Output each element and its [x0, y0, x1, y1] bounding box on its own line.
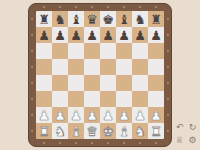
square-e5[interactable]: [100, 59, 116, 75]
coordinate-mark: [31, 50, 33, 52]
chess-board: ♜♞♝♛♚♝♞♜♟♟♟♟♟♟♟♟♟♟♟♟♟♟♟♟♜♞♝♛♚♝♞♜: [28, 3, 172, 147]
square-h5[interactable]: [148, 59, 164, 75]
board-grid: ♜♞♝♛♚♝♞♜♟♟♟♟♟♟♟♟♟♟♟♟♟♟♟♟♜♞♝♛♚♝♞♜: [36, 11, 164, 139]
square-g1[interactable]: ♞: [132, 123, 148, 139]
redo-icon: ↻: [189, 123, 197, 132]
piece-black-pawn[interactable]: ♟: [134, 29, 146, 42]
square-d4[interactable]: [84, 75, 100, 91]
piece-white-pawn[interactable]: ♟: [86, 109, 98, 122]
piece-white-king[interactable]: ♚: [102, 125, 114, 138]
square-h7[interactable]: ♟: [148, 27, 164, 43]
square-h1[interactable]: ♜: [148, 123, 164, 139]
piece-black-rook[interactable]: ♜: [38, 13, 50, 26]
square-f6[interactable]: [116, 43, 132, 59]
coordinate-mark: [75, 6, 77, 8]
square-f8[interactable]: ♝: [116, 11, 132, 27]
crown-icon: ♕: [175, 136, 183, 145]
square-c5[interactable]: [68, 59, 84, 75]
coordinate-mark: [167, 130, 169, 132]
square-b6[interactable]: [52, 43, 68, 59]
square-a1[interactable]: ♜: [36, 123, 52, 139]
board-edge-marks-top: [36, 5, 164, 9]
coordinate-mark: [59, 6, 61, 8]
controls-tray: ↶↻♕⚙: [173, 121, 199, 147]
square-b7[interactable]: ♟: [52, 27, 68, 43]
piece-white-rook[interactable]: ♜: [150, 125, 162, 138]
square-a8[interactable]: ♜: [36, 11, 52, 27]
square-c4[interactable]: [68, 75, 84, 91]
square-a2[interactable]: ♟: [36, 107, 52, 123]
coordinate-mark: [167, 82, 169, 84]
redo-button[interactable]: ↻: [186, 121, 199, 134]
square-h6[interactable]: [148, 43, 164, 59]
board-edge-marks-left: [30, 11, 34, 139]
piece-black-pawn[interactable]: ♟: [150, 29, 162, 42]
coordinate-mark: [167, 98, 169, 100]
coordinate-mark: [31, 66, 33, 68]
piece-white-knight[interactable]: ♞: [134, 125, 146, 138]
square-b4[interactable]: [52, 75, 68, 91]
square-c7[interactable]: ♟: [68, 27, 84, 43]
square-c6[interactable]: [68, 43, 84, 59]
piece-black-knight[interactable]: ♞: [54, 13, 66, 26]
square-e1[interactable]: ♚: [100, 123, 116, 139]
piece-white-pawn[interactable]: ♟: [38, 109, 50, 122]
coordinate-mark: [31, 82, 33, 84]
square-f7[interactable]: ♟: [116, 27, 132, 43]
undo-button[interactable]: ↶: [173, 121, 186, 134]
coordinate-mark: [31, 98, 33, 100]
coordinate-mark: [167, 50, 169, 52]
square-e2[interactable]: ♟: [100, 107, 116, 123]
square-h3[interactable]: [148, 91, 164, 107]
piece-white-pawn[interactable]: ♟: [102, 109, 114, 122]
square-d7[interactable]: ♟: [84, 27, 100, 43]
coordinate-mark: [31, 34, 33, 36]
settings-gear-button[interactable]: ⚙: [186, 134, 199, 147]
square-d1[interactable]: ♛: [84, 123, 100, 139]
square-c1[interactable]: ♝: [68, 123, 84, 139]
coordinate-mark: [31, 130, 33, 132]
square-e8[interactable]: ♚: [100, 11, 116, 27]
square-f1[interactable]: ♝: [116, 123, 132, 139]
square-g6[interactable]: [132, 43, 148, 59]
square-g7[interactable]: ♟: [132, 27, 148, 43]
square-a5[interactable]: [36, 59, 52, 75]
square-b1[interactable]: ♞: [52, 123, 68, 139]
square-a3[interactable]: [36, 91, 52, 107]
square-f5[interactable]: [116, 59, 132, 75]
square-c8[interactable]: ♝: [68, 11, 84, 27]
piece-black-pawn[interactable]: ♟: [86, 29, 98, 42]
piece-white-pawn[interactable]: ♟: [134, 109, 146, 122]
square-a7[interactable]: ♟: [36, 27, 52, 43]
square-e6[interactable]: [100, 43, 116, 59]
piece-black-pawn[interactable]: ♟: [54, 29, 66, 42]
square-h2[interactable]: ♟: [148, 107, 164, 123]
square-c2[interactable]: ♟: [68, 107, 84, 123]
square-e3[interactable]: [100, 91, 116, 107]
square-h8[interactable]: ♜: [148, 11, 164, 27]
coordinate-mark: [123, 142, 125, 144]
square-d8[interactable]: ♛: [84, 11, 100, 27]
piece-white-bishop[interactable]: ♝: [70, 125, 82, 138]
square-g2[interactable]: ♟: [132, 107, 148, 123]
coordinate-mark: [139, 142, 141, 144]
piece-black-knight[interactable]: ♞: [134, 13, 146, 26]
piece-white-rook[interactable]: ♜: [38, 125, 50, 138]
coordinate-mark: [91, 142, 93, 144]
piece-white-pawn[interactable]: ♟: [70, 109, 82, 122]
square-d6[interactable]: [84, 43, 100, 59]
square-b5[interactable]: [52, 59, 68, 75]
coordinate-mark: [107, 142, 109, 144]
piece-black-pawn[interactable]: ♟: [70, 29, 82, 42]
coordinate-mark: [167, 18, 169, 20]
piece-black-pawn[interactable]: ♟: [118, 29, 130, 42]
piece-white-pawn[interactable]: ♟: [150, 109, 162, 122]
piece-black-bishop[interactable]: ♝: [118, 13, 130, 26]
square-d5[interactable]: [84, 59, 100, 75]
square-h4[interactable]: [148, 75, 164, 91]
square-f2[interactable]: ♟: [116, 107, 132, 123]
piece-white-bishop[interactable]: ♝: [118, 125, 130, 138]
square-g4[interactable]: [132, 75, 148, 91]
piece-black-bishop[interactable]: ♝: [70, 13, 82, 26]
coordinate-mark: [123, 6, 125, 8]
square-f4[interactable]: [116, 75, 132, 91]
square-c3[interactable]: [68, 91, 84, 107]
board-edge-marks-bottom: [36, 141, 164, 145]
piece-white-pawn[interactable]: ♟: [54, 109, 66, 122]
coordinate-mark: [91, 6, 93, 8]
coordinate-mark: [75, 142, 77, 144]
coordinate-mark: [155, 6, 157, 8]
piece-black-queen[interactable]: ♛: [86, 13, 98, 26]
coordinate-mark: [43, 142, 45, 144]
coordinate-mark: [167, 114, 169, 116]
piece-black-rook[interactable]: ♜: [150, 13, 162, 26]
coordinate-mark: [167, 66, 169, 68]
board-edge-marks-right: [166, 11, 170, 139]
undo-icon: ↶: [176, 123, 184, 132]
coordinate-mark: [31, 114, 33, 116]
coordinate-mark: [107, 6, 109, 8]
coordinate-mark: [167, 34, 169, 36]
square-a4[interactable]: [36, 75, 52, 91]
square-b3[interactable]: [52, 91, 68, 107]
settings-gear-icon: ⚙: [188, 136, 196, 145]
coordinate-mark: [31, 18, 33, 20]
square-g5[interactable]: [132, 59, 148, 75]
coordinate-mark: [155, 142, 157, 144]
square-d2[interactable]: ♟: [84, 107, 100, 123]
square-f3[interactable]: [116, 91, 132, 107]
square-e7[interactable]: ♟: [100, 27, 116, 43]
coordinate-mark: [43, 6, 45, 8]
square-b8[interactable]: ♞: [52, 11, 68, 27]
piece-white-queen[interactable]: ♛: [86, 125, 98, 138]
square-b2[interactable]: ♟: [52, 107, 68, 123]
piece-black-pawn[interactable]: ♟: [38, 29, 50, 42]
coordinate-mark: [139, 6, 141, 8]
square-g3[interactable]: [132, 91, 148, 107]
piece-black-king[interactable]: ♚: [102, 13, 114, 26]
square-d3[interactable]: [84, 91, 100, 107]
square-e4[interactable]: [100, 75, 116, 91]
piece-white-pawn[interactable]: ♟: [118, 109, 130, 122]
piece-black-pawn[interactable]: ♟: [102, 29, 114, 42]
square-g8[interactable]: ♞: [132, 11, 148, 27]
square-a6[interactable]: [36, 43, 52, 59]
crown-button[interactable]: ♕: [173, 134, 186, 147]
coordinate-mark: [59, 142, 61, 144]
piece-white-knight[interactable]: ♞: [54, 125, 66, 138]
